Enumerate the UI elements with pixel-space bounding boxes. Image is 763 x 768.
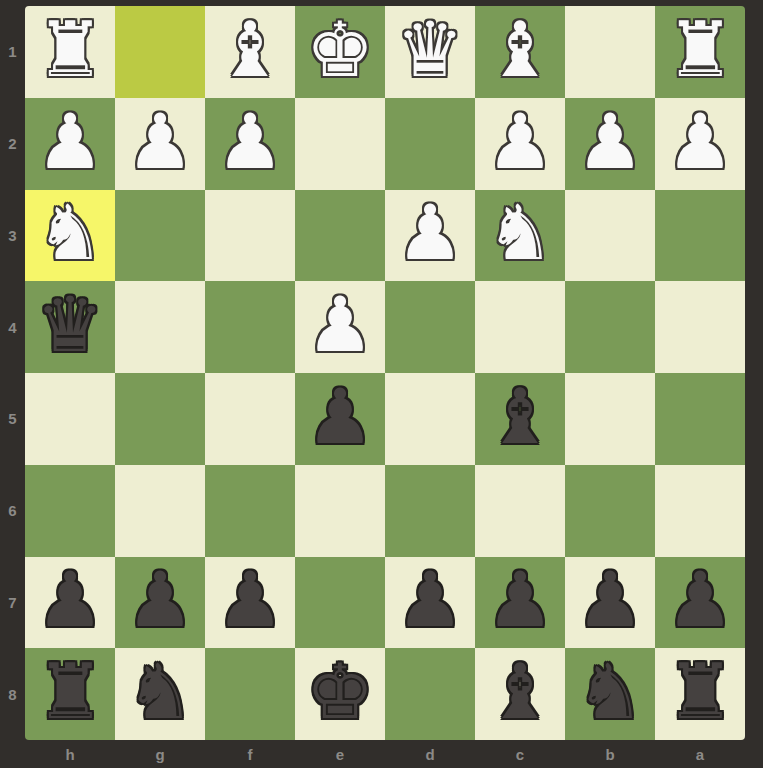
file-label-g: g: [115, 740, 205, 768]
chess-board: ♜♝♚♛♝♜♟♟♟♟♟♟♞♟♞♛♟♟♝♟♟♟♟♟♟♟♜♞♚♝♞♜: [25, 6, 745, 740]
black-pawn[interactable]: ♟: [486, 562, 554, 638]
square-g2[interactable]: ♟: [115, 98, 205, 190]
square-f4[interactable]: [205, 281, 295, 373]
square-a8[interactable]: ♜: [655, 648, 745, 740]
square-a6[interactable]: [655, 465, 745, 557]
rank-label-6: 6: [0, 465, 25, 557]
square-g4[interactable]: [115, 281, 205, 373]
rank-label-5: 5: [0, 373, 25, 465]
file-label-e: e: [295, 740, 385, 768]
chess-app-background: 12345678 ♜♝♚♛♝♜♟♟♟♟♟♟♞♟♞♛♟♟♝♟♟♟♟♟♟♟♜♞♚♝♞…: [0, 0, 763, 768]
square-a1[interactable]: ♜: [655, 6, 745, 98]
rank-label-2: 2: [0, 98, 25, 190]
square-a2[interactable]: ♟: [655, 98, 745, 190]
square-f3[interactable]: [205, 190, 295, 282]
square-f6[interactable]: [205, 465, 295, 557]
square-d2[interactable]: [385, 98, 475, 190]
square-f7[interactable]: ♟: [205, 557, 295, 649]
square-g1[interactable]: [115, 6, 205, 98]
square-b2[interactable]: ♟: [565, 98, 655, 190]
white-queen[interactable]: ♛: [396, 12, 464, 88]
square-c8[interactable]: ♝: [475, 648, 565, 740]
square-d1[interactable]: ♛: [385, 6, 475, 98]
square-g5[interactable]: [115, 373, 205, 465]
white-bishop[interactable]: ♝: [216, 12, 284, 88]
square-c2[interactable]: ♟: [475, 98, 565, 190]
square-c6[interactable]: [475, 465, 565, 557]
square-a3[interactable]: [655, 190, 745, 282]
black-pawn[interactable]: ♟: [396, 562, 464, 638]
square-b6[interactable]: [565, 465, 655, 557]
square-e8[interactable]: ♚: [295, 648, 385, 740]
white-knight[interactable]: ♞: [36, 195, 104, 271]
white-pawn[interactable]: ♟: [216, 104, 284, 180]
white-pawn[interactable]: ♟: [576, 104, 644, 180]
square-f8[interactable]: [205, 648, 295, 740]
file-label-d: d: [385, 740, 475, 768]
black-knight[interactable]: ♞: [576, 654, 644, 730]
square-h2[interactable]: ♟: [25, 98, 115, 190]
square-g6[interactable]: [115, 465, 205, 557]
file-label-c: c: [475, 740, 565, 768]
square-a5[interactable]: [655, 373, 745, 465]
square-h3[interactable]: ♞: [25, 190, 115, 282]
black-rook[interactable]: ♜: [666, 654, 734, 730]
square-e6[interactable]: [295, 465, 385, 557]
black-queen[interactable]: ♛: [36, 287, 104, 363]
file-label-a: a: [655, 740, 745, 768]
square-h6[interactable]: [25, 465, 115, 557]
square-g7[interactable]: ♟: [115, 557, 205, 649]
square-f1[interactable]: ♝: [205, 6, 295, 98]
white-bishop[interactable]: ♝: [486, 12, 554, 88]
black-rook[interactable]: ♜: [36, 654, 104, 730]
square-b3[interactable]: [565, 190, 655, 282]
square-e1[interactable]: ♚: [295, 6, 385, 98]
white-knight[interactable]: ♞: [486, 195, 554, 271]
black-bishop[interactable]: ♝: [486, 379, 554, 455]
rank-label-1: 1: [0, 6, 25, 98]
rank-label-8: 8: [0, 648, 25, 740]
square-a7[interactable]: ♟: [655, 557, 745, 649]
square-f5[interactable]: [205, 373, 295, 465]
white-king[interactable]: ♚: [306, 12, 374, 88]
white-pawn[interactable]: ♟: [306, 287, 374, 363]
square-e2[interactable]: [295, 98, 385, 190]
square-c7[interactable]: ♟: [475, 557, 565, 649]
square-c1[interactable]: ♝: [475, 6, 565, 98]
square-a4[interactable]: [655, 281, 745, 373]
square-c5[interactable]: ♝: [475, 373, 565, 465]
square-e5[interactable]: ♟: [295, 373, 385, 465]
square-d8[interactable]: [385, 648, 475, 740]
black-bishop[interactable]: ♝: [486, 654, 554, 730]
file-label-f: f: [205, 740, 295, 768]
square-h1[interactable]: ♜: [25, 6, 115, 98]
white-rook[interactable]: ♜: [36, 12, 104, 88]
square-d6[interactable]: [385, 465, 475, 557]
file-labels: hgfedcba: [25, 740, 745, 768]
square-e4[interactable]: ♟: [295, 281, 385, 373]
white-pawn[interactable]: ♟: [126, 104, 194, 180]
square-b8[interactable]: ♞: [565, 648, 655, 740]
black-pawn[interactable]: ♟: [126, 562, 194, 638]
black-pawn[interactable]: ♟: [306, 379, 374, 455]
rank-label-4: 4: [0, 281, 25, 373]
square-e3[interactable]: [295, 190, 385, 282]
square-d5[interactable]: [385, 373, 475, 465]
square-h7[interactable]: ♟: [25, 557, 115, 649]
square-c4[interactable]: [475, 281, 565, 373]
square-g8[interactable]: ♞: [115, 648, 205, 740]
square-e7[interactable]: [295, 557, 385, 649]
black-pawn[interactable]: ♟: [36, 562, 104, 638]
square-b4[interactable]: [565, 281, 655, 373]
black-knight[interactable]: ♞: [126, 654, 194, 730]
white-pawn[interactable]: ♟: [486, 104, 554, 180]
black-pawn[interactable]: ♟: [216, 562, 284, 638]
square-b1[interactable]: [565, 6, 655, 98]
rank-label-7: 7: [0, 557, 25, 649]
black-pawn[interactable]: ♟: [576, 562, 644, 638]
white-pawn[interactable]: ♟: [666, 104, 734, 180]
square-f2[interactable]: ♟: [205, 98, 295, 190]
square-d3[interactable]: ♟: [385, 190, 475, 282]
square-b5[interactable]: [565, 373, 655, 465]
file-label-h: h: [25, 740, 115, 768]
white-pawn[interactable]: ♟: [36, 104, 104, 180]
white-rook[interactable]: ♜: [666, 12, 734, 88]
square-h8[interactable]: ♜: [25, 648, 115, 740]
square-c3[interactable]: ♞: [475, 190, 565, 282]
rank-label-3: 3: [0, 190, 25, 282]
square-h4[interactable]: ♛: [25, 281, 115, 373]
file-label-b: b: [565, 740, 655, 768]
black-pawn[interactable]: ♟: [666, 562, 734, 638]
square-h5[interactable]: [25, 373, 115, 465]
square-d4[interactable]: [385, 281, 475, 373]
rank-labels: 12345678: [0, 6, 25, 740]
square-d7[interactable]: ♟: [385, 557, 475, 649]
square-b7[interactable]: ♟: [565, 557, 655, 649]
white-pawn[interactable]: ♟: [396, 195, 464, 271]
square-g3[interactable]: [115, 190, 205, 282]
black-king[interactable]: ♚: [306, 654, 374, 730]
